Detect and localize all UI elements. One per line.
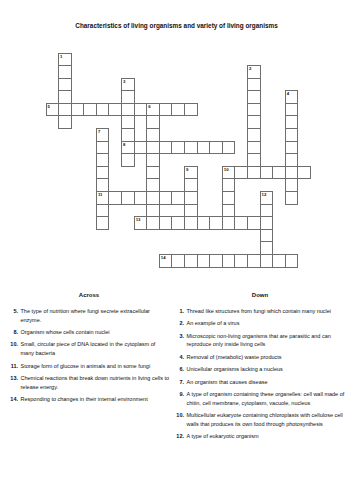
grid-cell-r5c16[interactable] [247,115,261,129]
cell-number-12: 12 [262,192,267,197]
grid-cell-r2c16[interactable] [247,78,261,92]
grid-cell-r3c19[interactable]: 4 [285,90,299,104]
grid-cell-r11c9[interactable] [159,191,173,205]
clue-text: The type of nutrition where fungi secret… [21,307,171,325]
down-clue-item-4: 4.Removal of (metabolic) waste products [174,353,346,362]
down-clue-item-1: 1.Thread like structures from fungi whic… [174,307,346,316]
down-clue-item-2: 2.An example of a virus [174,319,346,328]
grid-cell-r7c9[interactable] [159,141,173,155]
across-clue-item-14: 14.Responding to changes in their intern… [8,395,170,404]
grid-cell-r13c16[interactable] [247,216,261,230]
grid-cell-r13c14[interactable] [222,216,236,230]
grid-cell-r4c7[interactable] [134,103,148,117]
grid-cell-r12c11[interactable] [184,204,198,218]
grid-cell-r10c8[interactable] [146,178,160,192]
grid-cell-r3c1[interactable] [58,90,72,104]
across-clues-section: Across 5.The type of nutrition where fun… [8,291,170,408]
grid-cell-r1c1[interactable] [58,65,72,79]
grid-cell-r6c8[interactable] [146,128,160,142]
cell-number-6: 6 [148,104,150,109]
grid-cell-r4c8[interactable]: 6 [146,103,160,117]
grid-cell-r7c10[interactable] [171,141,185,155]
grid-cell-r8c8[interactable] [146,153,160,167]
grid-cell-r10c11[interactable] [184,178,198,192]
grid-cell-r16c18[interactable] [272,254,286,268]
grid-cell-r11c6[interactable] [121,191,135,205]
grid-cell-r3c16[interactable] [247,90,261,104]
grid-cell-r2c6[interactable]: 3 [121,78,135,92]
clue-text: Storage form of glucose in animals and i… [21,362,171,371]
grid-cell-r9c20[interactable] [297,166,311,180]
grid-cell-r13c8[interactable] [146,216,160,230]
grid-cell-r16c11[interactable] [184,254,198,268]
across-clue-item-11: 11.Storage form of glucose in animals an… [8,362,170,371]
clue-number: 14. [8,395,21,404]
grid-cell-r11c5[interactable] [108,191,122,205]
grid-cell-r7c4[interactable] [96,141,110,155]
grid-cell-r9c4[interactable] [96,166,110,180]
down-clue-item-10: 10.Multicellular eukaryote containing ch… [174,411,346,429]
clue-number: 10. [8,340,21,358]
clue-text: An organism that causes disease [187,378,347,387]
cell-number-3: 3 [123,79,125,84]
grid-cell-r9c8[interactable] [146,166,160,180]
grid-cell-r7c6[interactable]: 8 [121,141,135,155]
down-clue-item-6: 6.Unicellular organisms lacking a nucleu… [174,365,346,374]
grid-cell-r13c7[interactable]: 13 [134,216,148,230]
grid-cell-r9c18[interactable] [272,166,286,180]
grid-cell-r8c6[interactable] [121,153,135,167]
grid-cell-r16c19[interactable] [285,254,299,268]
clue-number: 3. [174,332,187,350]
clue-number: 9. [174,390,187,408]
grid-cell-r13c15[interactable] [234,216,248,230]
grid-cell-r10c14[interactable] [222,178,236,192]
grid-cell-r16c10[interactable] [171,254,185,268]
grid-cell-r8c19[interactable] [285,153,299,167]
grid-cell-r7c12[interactable] [197,141,211,155]
clue-text: A type of eukaryotic organism [187,432,347,441]
grid-cell-r13c17[interactable] [260,216,274,230]
grid-cell-r9c16[interactable] [247,166,261,180]
clue-text: A type of organism containing these orga… [187,390,347,408]
grid-cell-r13c4[interactable] [96,216,110,230]
clue-number: 1. [174,307,187,316]
grid-cell-r4c19[interactable] [285,103,299,117]
grid-cell-r13c9[interactable] [159,216,173,230]
down-clue-item-12: 12.A type of eukaryotic organism [174,432,346,441]
grid-cell-r11c8[interactable] [146,191,160,205]
grid-cell-r9c15[interactable] [234,166,248,180]
grid-cell-r8c4[interactable] [96,153,110,167]
grid-cell-r13c10[interactable] [171,216,185,230]
grid-cell-r13c11[interactable] [184,216,198,230]
puzzle-title: Characteristics of living organisms and … [0,22,353,29]
grid-cell-r16c12[interactable] [197,254,211,268]
clue-number: 13. [8,374,21,392]
cell-number-13: 13 [136,217,141,222]
grid-cell-r7c16[interactable] [247,141,261,155]
clue-text: Organism whose cells contain nuclei [21,328,171,337]
clue-number: 7. [174,378,187,387]
grid-cell-r7c13[interactable] [209,141,223,155]
grid-cell-r16c13[interactable] [209,254,223,268]
grid-cell-r7c7[interactable] [134,141,148,155]
grid-cell-r13c12[interactable] [197,216,211,230]
down-header: Down [174,291,346,300]
grid-cell-r7c14[interactable] [222,141,236,155]
grid-cell-r4c10[interactable] [171,103,185,117]
clue-text: Removal of (metabolic) waste products [187,353,347,362]
grid-cell-r2c1[interactable] [58,78,72,92]
grid-cell-r9c19[interactable] [285,166,299,180]
grid-cell-r8c16[interactable] [247,153,261,167]
grid-cell-r11c14[interactable] [222,191,236,205]
clue-text: Unicellular organisms lacking a nucleus [187,365,347,374]
grid-cell-r4c3[interactable] [83,103,97,117]
grid-cell-r7c19[interactable] [285,141,299,155]
grid-cell-r11c17[interactable]: 12 [260,191,274,205]
cell-number-2: 2 [249,66,251,71]
across-clue-item-10: 10.Small, circular piece of DNA located … [8,340,170,358]
grid-cell-r5c6[interactable] [121,115,135,129]
grid-cell-r12c14[interactable] [222,204,236,218]
grid-cell-r6c4[interactable]: 7 [96,128,110,142]
clue-text: Multicellular eukaryote containing chlor… [187,411,347,429]
grid-cell-r11c19[interactable] [285,191,299,205]
down-clue-item-7: 7.An organism that causes disease [174,378,346,387]
down-clue-list: 1.Thread like structures from fungi whic… [174,307,346,441]
grid-cell-r11c11[interactable] [184,191,198,205]
grid-cell-r7c8[interactable] [146,141,160,155]
clue-text: Microscopic non-living organisms that ar… [187,332,347,350]
across-clue-item-8: 8.Organism whose cells contain nuclei [8,328,170,337]
down-clues-section: Down 1.Thread like structures from fungi… [174,291,346,445]
clue-text: Chemical reactions that break down nutri… [21,374,171,392]
grid-cell-r16c15[interactable] [234,254,248,268]
clue-text: Thread like structures from fungi which … [187,307,347,316]
grid-cell-r0c1[interactable]: 1 [58,53,72,67]
clue-number: 11. [8,362,21,371]
grid-cell-r16c17[interactable] [260,254,274,268]
grid-cell-r4c1[interactable] [58,103,72,117]
grid-cell-r6c6[interactable] [121,128,135,142]
cell-number-10: 10 [224,167,229,172]
grid-cell-r4c6[interactable] [121,103,135,117]
grid-cell-r9c17[interactable] [260,166,274,180]
cell-number-8: 8 [123,142,125,147]
grid-cell-r4c2[interactable] [71,103,85,117]
grid-cell-r12c4[interactable] [96,204,110,218]
grid-cell-r16c9[interactable]: 14 [159,254,173,268]
clue-number: 10. [174,411,187,429]
grid-cell-r12c8[interactable] [146,204,160,218]
grid-cell-r4c11[interactable] [184,103,198,117]
grid-cell-r6c16[interactable] [247,128,261,142]
grid-cell-r6c19[interactable] [285,128,299,142]
grid-cell-r16c16[interactable] [247,254,261,268]
cell-number-7: 7 [98,129,100,134]
grid-cell-r11c4[interactable]: 11 [96,191,110,205]
grid-cell-r5c1[interactable] [58,115,72,129]
grid-cell-r14c17[interactable] [260,229,274,243]
grid-cell-r4c9[interactable] [159,103,173,117]
grid-cell-r15c17[interactable] [260,241,274,255]
grid-cell-r11c7[interactable] [134,191,148,205]
grid-cell-r4c16[interactable] [247,103,261,117]
grid-cell-r4c5[interactable] [108,103,122,117]
grid-cell-r4c4[interactable] [96,103,110,117]
grid-cell-r9c14[interactable]: 10 [222,166,236,180]
down-clue-item-9: 9.A type of organism containing these or… [174,390,346,408]
grid-cell-r3c6[interactable] [121,90,135,104]
cell-number-5: 5 [48,104,50,109]
grid-cell-r13c13[interactable] [209,216,223,230]
grid-cell-r11c10[interactable] [171,191,185,205]
clue-number: 5. [8,307,21,325]
crossword-grid: 1234567891011121314 [46,53,310,267]
grid-cell-r7c11[interactable] [184,141,198,155]
grid-cell-r12c17[interactable] [260,204,274,218]
clue-number: 4. [174,353,187,362]
cell-number-14: 14 [161,255,166,260]
across-clue-list: 5.The type of nutrition where fungi secr… [8,307,170,404]
cell-number-9: 9 [186,167,188,172]
grid-cell-r10c4[interactable] [96,178,110,192]
cell-number-1: 1 [60,54,62,59]
across-header: Across [8,291,170,300]
cell-number-4: 4 [287,91,289,96]
across-clue-item-13: 13.Chemical reactions that break down nu… [8,374,170,392]
grid-cell-r5c19[interactable] [285,115,299,129]
clue-number: 12. [174,432,187,441]
clue-number: 8. [8,328,21,337]
down-clue-item-3: 3.Microscopic non-living organisms that … [174,332,346,350]
across-clue-item-5: 5.The type of nutrition where fungi secr… [8,307,170,325]
grid-cell-r16c14[interactable] [222,254,236,268]
clue-text: Small, circular piece of DNA located in … [21,340,171,358]
clue-number: 6. [174,365,187,374]
clue-number: 2. [174,319,187,328]
clue-text: An example of a virus [187,319,347,328]
grid-cell-r1c16[interactable]: 2 [247,65,261,79]
grid-cell-r9c11[interactable]: 9 [184,166,198,180]
clue-text: Responding to changes in their internal … [21,395,171,404]
grid-cell-r10c19[interactable] [285,178,299,192]
grid-cell-r4c0[interactable]: 5 [46,103,60,117]
cell-number-11: 11 [98,192,103,197]
worksheet-page: Characteristics of living organisms and … [0,0,353,500]
grid-cell-r5c8[interactable] [146,115,160,129]
